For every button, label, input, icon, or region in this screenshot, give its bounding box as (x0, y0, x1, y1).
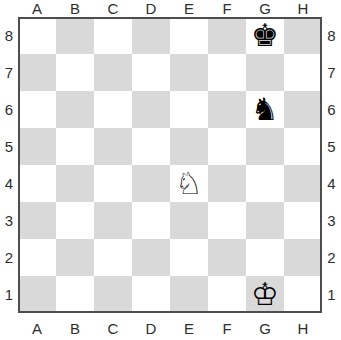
rank-label-6-right: 6 (322, 91, 341, 128)
square-e6[interactable] (170, 91, 208, 128)
square-g3[interactable] (246, 202, 284, 239)
square-c2[interactable] (94, 239, 132, 276)
file-label-e-top: E (170, 0, 208, 17)
rank-label-3-left: 3 (0, 202, 18, 239)
square-a4[interactable] (18, 165, 56, 202)
square-f3[interactable] (208, 202, 246, 239)
square-b6[interactable] (56, 91, 94, 128)
file-label-h-top: H (284, 0, 322, 17)
rank-label-4-left: 4 (0, 165, 18, 202)
square-f5[interactable] (208, 128, 246, 165)
square-d3[interactable] (132, 202, 170, 239)
square-f8[interactable] (208, 17, 246, 54)
square-e2[interactable] (170, 239, 208, 276)
square-e1[interactable] (170, 276, 208, 313)
square-e7[interactable] (170, 54, 208, 91)
file-label-f-bottom: F (208, 313, 246, 340)
square-d4[interactable] (132, 165, 170, 202)
square-f7[interactable] (208, 54, 246, 91)
square-b7[interactable] (56, 54, 94, 91)
square-e3[interactable] (170, 202, 208, 239)
square-h1[interactable] (284, 276, 322, 313)
rank-label-4-right: 4 (322, 165, 341, 202)
square-c5[interactable] (94, 128, 132, 165)
black-knight[interactable]: ♞ (251, 91, 279, 128)
square-d8[interactable] (132, 17, 170, 54)
rank-label-7-left: 7 (0, 54, 18, 91)
square-c6[interactable] (94, 91, 132, 128)
file-label-g-bottom: G (246, 313, 284, 340)
rank-label-3-right: 3 (322, 202, 341, 239)
square-c7[interactable] (94, 54, 132, 91)
file-label-d-top: D (132, 0, 170, 17)
square-b8[interactable] (56, 17, 94, 54)
file-label-a-top: A (18, 0, 56, 17)
square-h6[interactable] (284, 91, 322, 128)
rank-label-2-left: 2 (0, 239, 18, 276)
rank-label-2-right: 2 (322, 239, 341, 276)
square-e5[interactable] (170, 128, 208, 165)
square-a3[interactable] (18, 202, 56, 239)
square-b3[interactable] (56, 202, 94, 239)
square-g8[interactable]: ♚ (246, 17, 284, 54)
chess-diagram: ABCDEFGH 87654321 ♚♞♘♔ 87654321 ABCDEFGH (0, 0, 341, 340)
square-h4[interactable] (284, 165, 322, 202)
square-a8[interactable] (18, 17, 56, 54)
black-king[interactable]: ♚ (251, 17, 279, 54)
square-h3[interactable] (284, 202, 322, 239)
square-g7[interactable] (246, 54, 284, 91)
square-c8[interactable] (94, 17, 132, 54)
square-e4[interactable]: ♘ (170, 165, 208, 202)
square-d2[interactable] (132, 239, 170, 276)
square-d5[interactable] (132, 128, 170, 165)
square-h7[interactable] (284, 54, 322, 91)
rank-labels-left: 87654321 (0, 17, 18, 313)
square-a7[interactable] (18, 54, 56, 91)
square-b5[interactable] (56, 128, 94, 165)
rank-label-8-right: 8 (322, 17, 341, 54)
rank-labels-right: 87654321 (322, 17, 341, 313)
rank-label-8-left: 8 (0, 17, 18, 54)
square-d6[interactable] (132, 91, 170, 128)
white-knight[interactable]: ♘ (175, 165, 203, 202)
rank-label-7-right: 7 (322, 54, 341, 91)
square-f4[interactable] (208, 165, 246, 202)
square-g1[interactable]: ♔ (246, 276, 284, 313)
file-label-c-bottom: C (94, 313, 132, 340)
file-label-f-top: F (208, 0, 246, 17)
white-king[interactable]: ♔ (251, 276, 279, 313)
square-c1[interactable] (94, 276, 132, 313)
rank-label-5-left: 5 (0, 128, 18, 165)
rank-label-6-left: 6 (0, 91, 18, 128)
file-label-h-bottom: H (284, 313, 322, 340)
square-g4[interactable] (246, 165, 284, 202)
square-c3[interactable] (94, 202, 132, 239)
square-f6[interactable] (208, 91, 246, 128)
square-b2[interactable] (56, 239, 94, 276)
square-h8[interactable] (284, 17, 322, 54)
chess-board[interactable]: ♚♞♘♔ (18, 17, 322, 313)
rank-label-1-right: 1 (322, 276, 341, 313)
square-a5[interactable] (18, 128, 56, 165)
square-a1[interactable] (18, 276, 56, 313)
file-labels-top: ABCDEFGH (18, 0, 322, 17)
square-g2[interactable] (246, 239, 284, 276)
square-b1[interactable] (56, 276, 94, 313)
square-f2[interactable] (208, 239, 246, 276)
file-label-a-bottom: A (18, 313, 56, 340)
square-g5[interactable] (246, 128, 284, 165)
rank-label-5-right: 5 (322, 128, 341, 165)
file-label-b-top: B (56, 0, 94, 17)
square-h5[interactable] (284, 128, 322, 165)
square-c4[interactable] (94, 165, 132, 202)
square-d7[interactable] (132, 54, 170, 91)
square-e8[interactable] (170, 17, 208, 54)
square-a6[interactable] (18, 91, 56, 128)
square-b4[interactable] (56, 165, 94, 202)
square-g6[interactable]: ♞ (246, 91, 284, 128)
file-label-e-bottom: E (170, 313, 208, 340)
file-label-g-top: G (246, 0, 284, 17)
square-d1[interactable] (132, 276, 170, 313)
file-label-b-bottom: B (56, 313, 94, 340)
square-a2[interactable] (18, 239, 56, 276)
file-label-c-top: C (94, 0, 132, 17)
square-h2[interactable] (284, 239, 322, 276)
rank-label-1-left: 1 (0, 276, 18, 313)
file-labels-bottom: ABCDEFGH (18, 313, 322, 340)
square-f1[interactable] (208, 276, 246, 313)
file-label-d-bottom: D (132, 313, 170, 340)
